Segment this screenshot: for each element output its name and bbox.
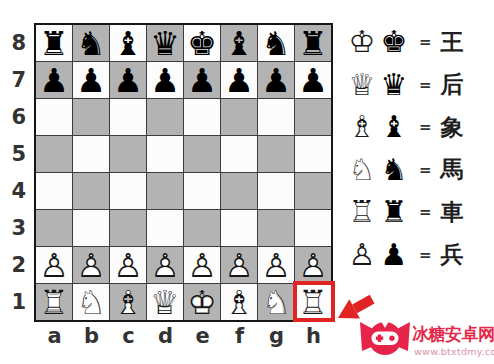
black-piece-p: ♟ [258, 62, 294, 98]
square-f1: ♝♗ [221, 284, 257, 320]
square-f4 [221, 173, 257, 209]
square-d3 [147, 210, 183, 246]
chinese-name-label: 馬 [441, 154, 464, 185]
rank-label-2: 2 [2, 247, 30, 284]
equals-sign: = [419, 203, 432, 221]
square-c7: ♟ [110, 62, 146, 98]
square-h6 [295, 99, 331, 135]
square-h8: ♜ [295, 25, 331, 61]
square-a6 [36, 99, 72, 135]
white-piece-k: ♚♔ [184, 284, 220, 320]
square-h4 [295, 173, 331, 209]
square-g4 [258, 173, 294, 209]
black-piece-k: ♚ [184, 25, 220, 61]
black-piece-q: ♛ [147, 25, 183, 61]
white-rook-icon: ♜♖ [346, 194, 378, 230]
file-label-h: h [295, 324, 332, 348]
square-g1: ♞♘ [258, 284, 294, 320]
square-c5 [110, 136, 146, 172]
square-b8: ♞ [73, 25, 109, 61]
black-piece-r: ♜ [36, 25, 72, 61]
black-piece-p: ♟ [295, 62, 331, 98]
square-h5 [295, 136, 331, 172]
white-pawn-icon: ♟♙ [346, 237, 378, 273]
white-king-icon: ♚♔ [346, 24, 378, 60]
white-piece-p: ♟♙ [184, 247, 220, 283]
square-g8: ♞ [258, 25, 294, 61]
square-a4 [36, 173, 72, 209]
white-piece-n: ♞♘ [73, 284, 109, 320]
square-c3 [110, 210, 146, 246]
square-b3 [73, 210, 109, 246]
square-b1: ♞♘ [73, 284, 109, 320]
square-e1: ♚♔ [184, 284, 220, 320]
square-g2: ♟♙ [258, 247, 294, 283]
file-label-d: d [147, 324, 184, 348]
rank-label-8: 8 [2, 25, 30, 62]
rank-label-4: 4 [2, 173, 30, 210]
chinese-name-label: 兵 [441, 239, 464, 270]
legend-row-queen: ♛♕♛=后 [346, 64, 492, 107]
arrow-tail [352, 295, 374, 313]
white-piece-p: ♟♙ [73, 247, 109, 283]
square-d4 [147, 173, 183, 209]
chess-board: ♜♞♝♛♚♝♞♜♟♟♟♟♟♟♟♟♟♙♟♙♟♙♟♙♟♙♟♙♟♙♟♙♜♖♞♘♝♗♛♕… [34, 23, 333, 322]
highlight-box-h1 [293, 281, 335, 322]
file-label-e: e [184, 324, 221, 348]
square-c1: ♝♗ [110, 284, 146, 320]
square-a2: ♟♙ [36, 247, 72, 283]
black-piece-p: ♟ [36, 62, 72, 98]
square-e2: ♟♙ [184, 247, 220, 283]
white-piece-p: ♟♙ [295, 247, 331, 283]
square-e8: ♚ [184, 25, 220, 61]
square-g6 [258, 99, 294, 135]
square-b5 [73, 136, 109, 172]
square-a8: ♜ [36, 25, 72, 61]
white-piece-b: ♝♗ [221, 284, 257, 320]
square-b7: ♟ [73, 62, 109, 98]
rank-label-3: 3 [2, 210, 30, 247]
white-piece-n: ♞♘ [258, 284, 294, 320]
black-bishop-icon: ♝ [378, 109, 410, 145]
rank-label-7: 7 [2, 62, 30, 99]
square-f7: ♟ [221, 62, 257, 98]
white-piece-p: ♟♙ [258, 247, 294, 283]
square-g7: ♟ [258, 62, 294, 98]
square-d7: ♟ [147, 62, 183, 98]
square-d8: ♛ [147, 25, 183, 61]
chinese-name-label: 車 [441, 197, 464, 228]
black-piece-p: ♟ [147, 62, 183, 98]
white-piece-p: ♟♙ [36, 247, 72, 283]
chinese-name-label: 王 [441, 27, 464, 58]
white-piece-p: ♟♙ [147, 247, 183, 283]
square-e6 [184, 99, 220, 135]
watermark-site-url: www.btxtdmy.com [414, 346, 494, 357]
black-piece-r: ♜ [295, 25, 331, 61]
square-f8: ♝ [221, 25, 257, 61]
candy-logo-icon [360, 317, 410, 362]
black-piece-p: ♟ [221, 62, 257, 98]
square-f2: ♟♙ [221, 247, 257, 283]
equals-sign: = [419, 161, 432, 179]
rank-label-1: 1 [2, 284, 30, 321]
square-d1: ♛♕ [147, 284, 183, 320]
file-label-f: f [221, 324, 258, 348]
white-piece-p: ♟♙ [110, 247, 146, 283]
piece-legend: ♚♔♚=王♛♕♛=后♝♗♝=象♞♘♞=馬♜♖♜=車♟♙♟=兵 [346, 21, 492, 276]
rank-labels: 87654321 [2, 25, 30, 321]
file-labels: abcdefgh [36, 324, 332, 348]
black-piece-p: ♟ [110, 62, 146, 98]
square-f6 [221, 99, 257, 135]
legend-row-knight: ♞♘♞=馬 [346, 149, 492, 192]
black-piece-p: ♟ [73, 62, 109, 98]
black-pawn-icon: ♟ [378, 237, 410, 273]
white-piece-q: ♛♕ [147, 284, 183, 320]
square-a3 [36, 210, 72, 246]
white-piece-p: ♟♙ [221, 247, 257, 283]
black-piece-p: ♟ [184, 62, 220, 98]
square-c2: ♟♙ [110, 247, 146, 283]
square-b4 [73, 173, 109, 209]
file-label-a: a [36, 324, 73, 348]
chess-tutorial-screenshot: 87654321 ♜♞♝♛♚♝♞♜♟♟♟♟♟♟♟♟♟♙♟♙♟♙♟♙♟♙♟♙♟♙♟… [0, 0, 494, 364]
file-label-c: c [110, 324, 147, 348]
black-king-icon: ♚ [378, 24, 410, 60]
equals-sign: = [419, 118, 432, 136]
square-b6 [73, 99, 109, 135]
square-h2: ♟♙ [295, 247, 331, 283]
square-f5 [221, 136, 257, 172]
file-label-b: b [73, 324, 110, 348]
square-e3 [184, 210, 220, 246]
white-bishop-icon: ♝♗ [346, 109, 378, 145]
rank-label-6: 6 [2, 99, 30, 136]
black-piece-b: ♝ [221, 25, 257, 61]
black-queen-icon: ♛ [378, 67, 410, 103]
black-piece-n: ♞ [258, 25, 294, 61]
legend-row-pawn: ♟♙♟=兵 [346, 234, 492, 277]
square-c4 [110, 173, 146, 209]
square-d6 [147, 99, 183, 135]
white-piece-r: ♜♖ [36, 284, 72, 320]
legend-row-king: ♚♔♚=王 [346, 21, 492, 64]
square-e5 [184, 136, 220, 172]
square-c6 [110, 99, 146, 135]
white-knight-icon: ♞♘ [346, 152, 378, 188]
equals-sign: = [419, 76, 432, 94]
black-piece-n: ♞ [73, 25, 109, 61]
white-queen-icon: ♛♕ [346, 67, 378, 103]
square-d5 [147, 136, 183, 172]
black-knight-icon: ♞ [378, 152, 410, 188]
square-e4 [184, 173, 220, 209]
legend-row-bishop: ♝♗♝=象 [346, 106, 492, 149]
square-c8: ♝ [110, 25, 146, 61]
rank-label-5: 5 [2, 136, 30, 173]
square-g5 [258, 136, 294, 172]
square-a5 [36, 136, 72, 172]
square-f3 [221, 210, 257, 246]
square-g3 [258, 210, 294, 246]
square-h7: ♟ [295, 62, 331, 98]
chinese-name-label: 象 [441, 112, 464, 143]
white-piece-b: ♝♗ [110, 284, 146, 320]
file-label-g: g [258, 324, 295, 348]
square-a1: ♜♖ [36, 284, 72, 320]
watermark: 冰糖安卓网 www.btxtdmy.com [358, 315, 494, 364]
chinese-name-label: 后 [441, 69, 464, 100]
equals-sign: = [419, 33, 432, 51]
square-a7: ♟ [36, 62, 72, 98]
equals-sign: = [419, 246, 432, 264]
square-b2: ♟♙ [73, 247, 109, 283]
black-rook-icon: ♜ [378, 194, 410, 230]
square-d2: ♟♙ [147, 247, 183, 283]
square-h3 [295, 210, 331, 246]
black-piece-b: ♝ [110, 25, 146, 61]
square-e7: ♟ [184, 62, 220, 98]
legend-row-rook: ♜♖♜=車 [346, 191, 492, 234]
watermark-site-name: 冰糖安卓网 [412, 323, 494, 346]
